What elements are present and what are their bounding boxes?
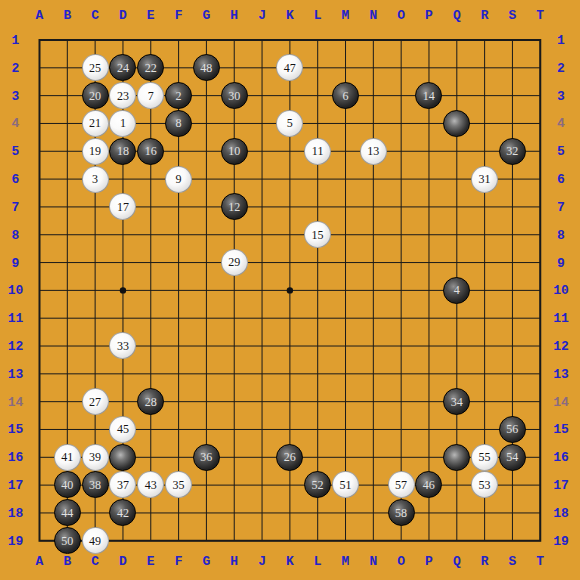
stone-14-black-P3[interactable]: 14 bbox=[415, 82, 442, 109]
stone-4-black-Q10[interactable]: 4 bbox=[443, 277, 470, 304]
stone-20-black-C3[interactable]: 20 bbox=[82, 82, 109, 109]
stone-43-white-E17[interactable]: 43 bbox=[137, 471, 164, 498]
stone-33-white-D12[interactable]: 33 bbox=[109, 332, 136, 359]
stone-1-white-D4[interactable]: 1 bbox=[109, 110, 136, 137]
stone-6-black-M3[interactable]: 6 bbox=[332, 82, 359, 109]
stone-30-black-H3[interactable]: 30 bbox=[221, 82, 248, 109]
stone-10-black-H5[interactable]: 10 bbox=[221, 138, 248, 165]
stone-11-white-L5[interactable]: 11 bbox=[304, 138, 331, 165]
stone-48-black-G2[interactable]: 48 bbox=[193, 54, 220, 81]
stone-53-white-R17[interactable]: 53 bbox=[471, 471, 498, 498]
stone-58-black-O18[interactable]: 58 bbox=[388, 499, 415, 526]
stone-27-white-C14[interactable]: 27 bbox=[82, 388, 109, 415]
stone-32-black-S5[interactable]: 32 bbox=[499, 138, 526, 165]
stone-2-black-F3[interactable]: 2 bbox=[165, 82, 192, 109]
stone-47-white-K2[interactable]: 47 bbox=[276, 54, 303, 81]
handicap-stone-black-Q16[interactable] bbox=[443, 444, 470, 471]
stone-18-black-D5[interactable]: 18 bbox=[109, 138, 136, 165]
stone-16-black-E5[interactable]: 16 bbox=[137, 138, 164, 165]
go-diagram: AABBCCDDEEFFGGHHJJKKLLMMNNOOPPQQRRSSTT11… bbox=[0, 0, 580, 580]
stone-17-white-D7[interactable]: 17 bbox=[109, 193, 136, 220]
stone-57-white-O17[interactable]: 57 bbox=[388, 471, 415, 498]
stone-50-black-B19[interactable]: 50 bbox=[54, 527, 81, 554]
go-board[interactable]: 1234567891011121314151617181920212223242… bbox=[26, 26, 555, 555]
stone-22-black-E2[interactable]: 22 bbox=[137, 54, 164, 81]
stone-21-white-C4[interactable]: 21 bbox=[82, 110, 109, 137]
stone-24-black-D2[interactable]: 24 bbox=[109, 54, 136, 81]
stone-42-black-D18[interactable]: 42 bbox=[109, 499, 136, 526]
stone-51-white-M17[interactable]: 51 bbox=[332, 471, 359, 498]
stone-8-black-F4[interactable]: 8 bbox=[165, 110, 192, 137]
handicap-stone-black-D16[interactable] bbox=[109, 444, 136, 471]
stone-34-black-Q14[interactable]: 34 bbox=[443, 388, 470, 415]
stone-15-white-L8[interactable]: 15 bbox=[304, 221, 331, 248]
stone-44-black-B18[interactable]: 44 bbox=[54, 499, 81, 526]
stone-31-white-R6[interactable]: 31 bbox=[471, 166, 498, 193]
stone-56-black-S15[interactable]: 56 bbox=[499, 416, 526, 443]
stone-19-white-C5[interactable]: 19 bbox=[82, 138, 109, 165]
stone-5-white-K4[interactable]: 5 bbox=[276, 110, 303, 137]
stone-7-white-E3[interactable]: 7 bbox=[137, 82, 164, 109]
stone-38-black-C17[interactable]: 38 bbox=[82, 471, 109, 498]
stone-49-white-C19[interactable]: 49 bbox=[82, 527, 109, 554]
stone-26-black-K16[interactable]: 26 bbox=[276, 444, 303, 471]
stone-9-white-F6[interactable]: 9 bbox=[165, 166, 192, 193]
stone-28-black-E14[interactable]: 28 bbox=[137, 388, 164, 415]
stone-37-white-D17[interactable]: 37 bbox=[109, 471, 136, 498]
stone-54-black-S16[interactable]: 54 bbox=[499, 444, 526, 471]
stone-45-white-D15[interactable]: 45 bbox=[109, 416, 136, 443]
stone-39-white-C16[interactable]: 39 bbox=[82, 444, 109, 471]
stone-3-white-C6[interactable]: 3 bbox=[82, 166, 109, 193]
stone-25-white-C2[interactable]: 25 bbox=[82, 54, 109, 81]
stone-46-black-P17[interactable]: 46 bbox=[415, 471, 442, 498]
stone-12-black-H7[interactable]: 12 bbox=[221, 193, 248, 220]
stone-13-white-N5[interactable]: 13 bbox=[360, 138, 387, 165]
stone-41-white-B16[interactable]: 41 bbox=[54, 444, 81, 471]
handicap-stone-black-Q4[interactable] bbox=[443, 110, 470, 137]
stone-36-black-G16[interactable]: 36 bbox=[193, 444, 220, 471]
stone-52-black-L17[interactable]: 52 bbox=[304, 471, 331, 498]
stone-55-white-R16[interactable]: 55 bbox=[471, 444, 498, 471]
stone-35-white-F17[interactable]: 35 bbox=[165, 471, 192, 498]
stone-40-black-B17[interactable]: 40 bbox=[54, 471, 81, 498]
stone-29-white-H9[interactable]: 29 bbox=[221, 249, 248, 276]
stone-23-white-D3[interactable]: 23 bbox=[109, 82, 136, 109]
